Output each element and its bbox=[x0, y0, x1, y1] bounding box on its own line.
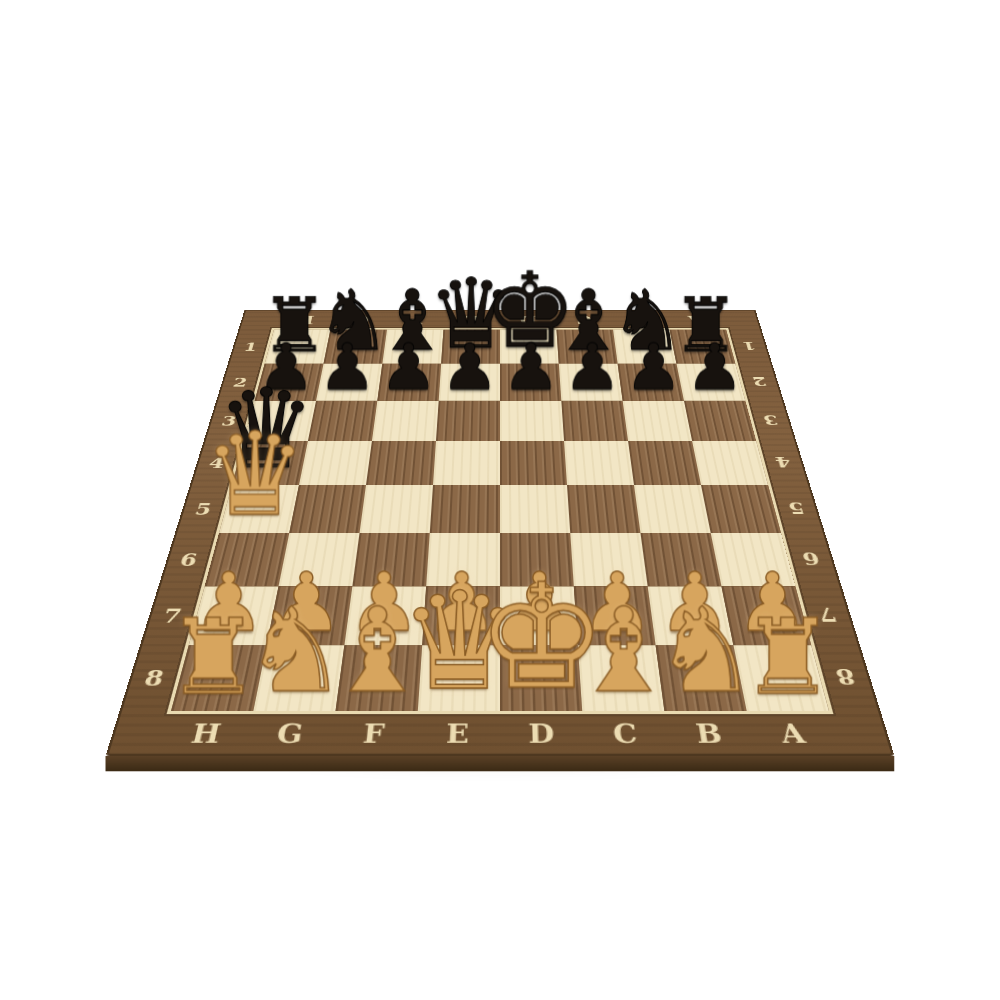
cell-b5[interactable] bbox=[634, 485, 711, 533]
right-rank-label-4: 4 bbox=[768, 441, 797, 485]
cell-d8[interactable]: ♚ bbox=[500, 645, 582, 711]
near-file-label-f: F bbox=[330, 718, 417, 749]
black-pawn-g2[interactable]: ♟ bbox=[318, 336, 375, 400]
near-file-label-h: H bbox=[161, 718, 252, 749]
cell-d4[interactable] bbox=[500, 441, 567, 485]
right-rank-label-2: 2 bbox=[747, 364, 772, 401]
board-grid: ♜♞♝♛♚♝♞♜♟♟♟♟♟♟♟♟♛♛♟♟♟♟♟♟♟♟♜♞♝♛♚♝♞♜ bbox=[171, 330, 829, 711]
cell-b2[interactable]: ♟ bbox=[618, 364, 684, 401]
cell-d2[interactable]: ♟ bbox=[500, 364, 561, 401]
cell-e5[interactable] bbox=[430, 485, 500, 533]
white-rook-a8[interactable]: ♜ bbox=[741, 605, 834, 709]
far-file-label-a: A bbox=[666, 313, 725, 327]
cell-f2[interactable]: ♟ bbox=[377, 364, 441, 401]
far-file-label-c: C bbox=[555, 313, 612, 327]
far-file-label-g: G bbox=[331, 313, 389, 327]
cell-c5[interactable] bbox=[567, 485, 641, 533]
chess-board: ♜♞♝♛♚♝♞♜♟♟♟♟♟♟♟♟♛♛♟♟♟♟♟♟♟♟♜♞♝♛♚♝♞♜ HGFED… bbox=[106, 310, 895, 756]
black-pawn-d2[interactable]: ♟ bbox=[502, 336, 559, 400]
cell-a2[interactable]: ♟ bbox=[676, 364, 745, 401]
near-file-label-d: D bbox=[500, 718, 585, 749]
cell-b4[interactable] bbox=[628, 441, 701, 485]
near-file-label-c: C bbox=[583, 718, 670, 749]
board-front-edge bbox=[106, 756, 895, 771]
cell-a8[interactable]: ♜ bbox=[733, 645, 828, 711]
cell-c4[interactable] bbox=[564, 441, 634, 485]
cell-c2[interactable]: ♟ bbox=[559, 364, 623, 401]
right-rank-label-3: 3 bbox=[757, 401, 784, 441]
cell-g2[interactable]: ♟ bbox=[316, 364, 382, 401]
black-pawn-f2[interactable]: ♟ bbox=[379, 336, 436, 400]
black-pawn-e2[interactable]: ♟ bbox=[441, 336, 498, 400]
far-file-label-h: H bbox=[275, 313, 334, 327]
cell-d5[interactable] bbox=[500, 485, 570, 533]
product-photo-stage: ♜♞♝♛♚♝♞♜♟♟♟♟♟♟♟♟♛♛♟♟♟♟♟♟♟♟♜♞♝♛♚♝♞♜ HGFED… bbox=[0, 0, 1000, 1000]
cell-b3[interactable] bbox=[623, 401, 692, 441]
near-file-label-e: E bbox=[415, 718, 500, 749]
black-pawn-a2[interactable]: ♟ bbox=[686, 336, 743, 400]
near-file-label-b: B bbox=[665, 718, 754, 749]
cell-e4[interactable] bbox=[433, 441, 500, 485]
cell-b8[interactable]: ♞ bbox=[656, 645, 747, 711]
far-file-label-f: F bbox=[387, 313, 444, 327]
cell-a3[interactable] bbox=[684, 401, 756, 441]
cell-e3[interactable] bbox=[436, 401, 500, 441]
cell-f5[interactable] bbox=[359, 485, 433, 533]
black-pawn-b2[interactable]: ♟ bbox=[624, 336, 681, 400]
white-queen-h5[interactable]: ♛ bbox=[203, 417, 306, 532]
cell-d3[interactable] bbox=[500, 401, 564, 441]
file-labels-near: HGFEDCBA bbox=[159, 711, 841, 756]
black-pawn-c2[interactable]: ♟ bbox=[563, 336, 620, 400]
perspective-scene: ♜♞♝♛♚♝♞♜♟♟♟♟♟♟♟♟♛♛♟♟♟♟♟♟♟♟♜♞♝♛♚♝♞♜ HGFED… bbox=[0, 0, 1000, 1000]
far-file-label-d: D bbox=[500, 313, 556, 327]
near-file-label-a: A bbox=[748, 718, 839, 749]
far-file-label-b: B bbox=[611, 313, 669, 327]
cell-h5[interactable]: ♛ bbox=[219, 485, 299, 533]
cell-c3[interactable] bbox=[561, 401, 628, 441]
near-file-label-g: G bbox=[246, 718, 335, 749]
cell-c8[interactable]: ♝ bbox=[578, 645, 665, 711]
right-rank-label-5: 5 bbox=[781, 485, 812, 533]
cell-a4[interactable] bbox=[692, 441, 768, 485]
cell-g3[interactable] bbox=[308, 401, 377, 441]
cell-e2[interactable]: ♟ bbox=[439, 364, 500, 401]
file-labels-far: HGFEDCBA bbox=[274, 310, 726, 330]
cell-f3[interactable] bbox=[372, 401, 439, 441]
cell-f4[interactable] bbox=[366, 441, 436, 485]
far-file-label-e: E bbox=[444, 313, 500, 327]
